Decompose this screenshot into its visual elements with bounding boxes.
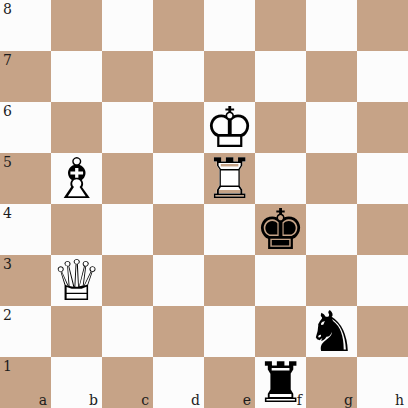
square-c8[interactable] (102, 0, 153, 51)
square-a8[interactable]: 8 (0, 0, 51, 51)
square-c7[interactable] (102, 51, 153, 102)
square-g6[interactable] (306, 102, 357, 153)
square-b3[interactable]: ♛♕ (51, 255, 102, 306)
rank-label-6: 6 (3, 104, 12, 118)
square-d4[interactable] (153, 204, 204, 255)
square-h7[interactable] (357, 51, 408, 102)
rank-label-8: 8 (3, 2, 12, 16)
square-b2[interactable] (51, 306, 102, 357)
file-label-h: h (395, 393, 404, 407)
square-g2[interactable]: ♞ (306, 306, 357, 357)
piece-white-bishop-icon[interactable]: ♝♗ (51, 153, 102, 204)
square-d8[interactable] (153, 0, 204, 51)
black-piece-layer: ♞ (306, 306, 357, 357)
square-a3[interactable]: 3 (0, 255, 51, 306)
square-c3[interactable] (102, 255, 153, 306)
square-c5[interactable] (102, 153, 153, 204)
square-b1[interactable]: b (51, 357, 102, 408)
square-h6[interactable] (357, 102, 408, 153)
black-piece-layer: ♚ (255, 204, 306, 255)
square-f4[interactable]: ♚ (255, 204, 306, 255)
square-f7[interactable] (255, 51, 306, 102)
white-piece-outline-layer: ♗ (51, 153, 102, 204)
rank-label-1: 1 (3, 359, 12, 373)
square-d7[interactable] (153, 51, 204, 102)
square-a6[interactable]: 6 (0, 102, 51, 153)
file-label-c: c (141, 393, 149, 407)
square-a4[interactable]: 4 (0, 204, 51, 255)
square-e3[interactable] (204, 255, 255, 306)
square-d1[interactable]: d (153, 357, 204, 408)
file-label-b: b (89, 393, 98, 407)
file-label-g: g (344, 393, 353, 407)
square-h4[interactable] (357, 204, 408, 255)
rank-label-4: 4 (3, 206, 12, 220)
square-d2[interactable] (153, 306, 204, 357)
square-e1[interactable]: e (204, 357, 255, 408)
rank-label-2: 2 (3, 308, 12, 322)
square-f6[interactable] (255, 102, 306, 153)
square-b5[interactable]: ♝♗ (51, 153, 102, 204)
square-c1[interactable]: c (102, 357, 153, 408)
square-f1[interactable]: f♜ (255, 357, 306, 408)
square-h1[interactable]: h (357, 357, 408, 408)
square-e5[interactable]: ♜♖ (204, 153, 255, 204)
rank-label-3: 3 (3, 257, 12, 271)
square-f8[interactable] (255, 0, 306, 51)
square-c6[interactable] (102, 102, 153, 153)
piece-black-king-icon[interactable]: ♚ (255, 204, 306, 255)
square-e2[interactable] (204, 306, 255, 357)
piece-black-knight-icon[interactable]: ♞ (306, 306, 357, 357)
square-h5[interactable] (357, 153, 408, 204)
square-g8[interactable] (306, 0, 357, 51)
square-d3[interactable] (153, 255, 204, 306)
square-c2[interactable] (102, 306, 153, 357)
square-h3[interactable] (357, 255, 408, 306)
square-d5[interactable] (153, 153, 204, 204)
white-piece-outline-layer: ♖ (204, 153, 255, 204)
white-piece-outline-layer: ♕ (51, 255, 102, 306)
rank-label-7: 7 (3, 53, 12, 67)
chess-board: 876♚♔5♝♗♜♖4♚3♛♕2♞1abcdef♜gh (0, 0, 408, 408)
square-a5[interactable]: 5 (0, 153, 51, 204)
square-g5[interactable] (306, 153, 357, 204)
square-g1[interactable]: g (306, 357, 357, 408)
rank-label-5: 5 (3, 155, 12, 169)
square-c4[interactable] (102, 204, 153, 255)
square-a1[interactable]: 1a (0, 357, 51, 408)
piece-white-rook-icon[interactable]: ♜♖ (204, 153, 255, 204)
square-e4[interactable] (204, 204, 255, 255)
square-d6[interactable] (153, 102, 204, 153)
square-h2[interactable] (357, 306, 408, 357)
square-h8[interactable] (357, 0, 408, 51)
square-b8[interactable] (51, 0, 102, 51)
piece-white-queen-icon[interactable]: ♛♕ (51, 255, 102, 306)
file-label-e: e (243, 393, 251, 407)
file-label-a: a (39, 393, 47, 407)
square-a7[interactable]: 7 (0, 51, 51, 102)
square-f3[interactable] (255, 255, 306, 306)
file-label-d: d (191, 393, 200, 407)
square-g7[interactable] (306, 51, 357, 102)
square-e8[interactable] (204, 0, 255, 51)
piece-black-rook-icon[interactable]: ♜ (255, 357, 306, 408)
black-piece-layer: ♜ (255, 357, 306, 408)
square-g4[interactable] (306, 204, 357, 255)
square-a2[interactable]: 2 (0, 306, 51, 357)
square-b7[interactable] (51, 51, 102, 102)
